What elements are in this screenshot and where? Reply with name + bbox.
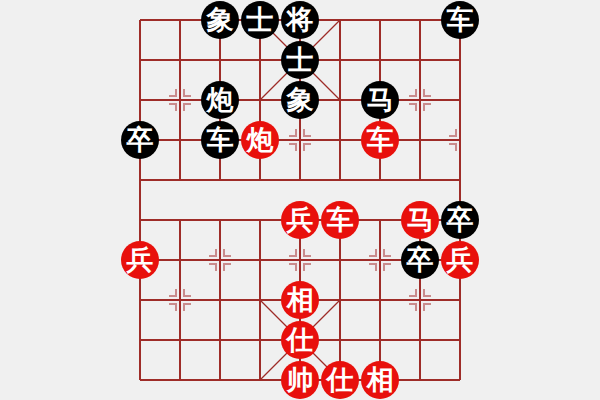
board-point: [440, 120, 480, 160]
board-point: [360, 320, 400, 360]
piece-red-elephant[interactable]: 相: [361, 361, 399, 399]
board-point: [200, 280, 240, 320]
piece-red-elephant[interactable]: 相: [281, 281, 319, 319]
board-point: [160, 320, 200, 360]
board-point: [240, 40, 280, 80]
board-point: 卒: [440, 200, 480, 240]
board-point: [200, 200, 240, 240]
piece-red-general[interactable]: 帅: [281, 361, 319, 399]
board-point: [120, 320, 160, 360]
piece-black-soldier[interactable]: 卒: [121, 121, 159, 159]
board-point: 仕: [320, 360, 360, 400]
board-point: [120, 0, 160, 40]
board-point: [360, 160, 400, 200]
board-point: [440, 360, 480, 400]
board-point: [320, 320, 360, 360]
board-point: [440, 160, 480, 200]
board-point: [440, 80, 480, 120]
board-point: [400, 160, 440, 200]
board-point: 卒: [400, 240, 440, 280]
piece-red-cannon[interactable]: 炮: [241, 121, 279, 159]
board-point: [400, 80, 440, 120]
board-point: [160, 80, 200, 120]
piece-red-soldier[interactable]: 兵: [441, 241, 479, 279]
board-point: 炮: [200, 80, 240, 120]
piece-black-soldier[interactable]: 卒: [401, 241, 439, 279]
board-point: 相: [280, 280, 320, 320]
board-point: [440, 320, 480, 360]
board-point: [240, 160, 280, 200]
board-point: [240, 200, 280, 240]
board-point: [400, 0, 440, 40]
board-point: [320, 240, 360, 280]
board-point: [200, 320, 240, 360]
board-point: 将: [280, 0, 320, 40]
board-point: [320, 40, 360, 80]
board-point: [240, 360, 280, 400]
board-point: 卒: [120, 120, 160, 160]
board-point: 士: [280, 40, 320, 80]
board-point: 马: [360, 80, 400, 120]
board-point: [200, 40, 240, 80]
board-point: [240, 240, 280, 280]
board-point: [240, 320, 280, 360]
board-point: [240, 80, 280, 120]
board-point: [200, 360, 240, 400]
piece-red-horse[interactable]: 马: [401, 201, 439, 239]
board-point: [160, 280, 200, 320]
board-point: 车: [440, 0, 480, 40]
xiangqi-app: 象士将车士炮象马卒车炮车兵车马卒兵卒兵相仕帅仕相: [0, 0, 600, 400]
board-point: 兵: [440, 240, 480, 280]
board-point: 兵: [120, 240, 160, 280]
board-point: 相: [360, 360, 400, 400]
board-point: [120, 360, 160, 400]
board-point: [320, 0, 360, 40]
board-point: [360, 280, 400, 320]
board-point: [320, 80, 360, 120]
board-point: [160, 40, 200, 80]
board-point: 士: [240, 0, 280, 40]
board-point: [400, 40, 440, 80]
piece-red-soldier[interactable]: 兵: [281, 201, 319, 239]
board-point: [320, 120, 360, 160]
board-point: [160, 0, 200, 40]
board-point: [440, 40, 480, 80]
piece-black-elephant[interactable]: 象: [201, 1, 239, 39]
xiangqi-board: 象士将车士炮象马卒车炮车兵车马卒兵卒兵相仕帅仕相: [120, 0, 480, 400]
board-point: [360, 240, 400, 280]
board-point: [280, 240, 320, 280]
piece-black-elephant[interactable]: 象: [281, 81, 319, 119]
board-point: [120, 40, 160, 80]
piece-red-advisor[interactable]: 仕: [281, 321, 319, 359]
board-point: 车: [320, 200, 360, 240]
piece-black-chariot[interactable]: 车: [441, 1, 479, 39]
board-point: [120, 80, 160, 120]
piece-black-general[interactable]: 将: [281, 1, 319, 39]
piece-black-soldier[interactable]: 卒: [441, 201, 479, 239]
board-point: [200, 240, 240, 280]
board-point: 车: [200, 120, 240, 160]
piece-red-soldier[interactable]: 兵: [121, 241, 159, 279]
board-point: [360, 0, 400, 40]
board-point: [160, 360, 200, 400]
board-point: 象: [280, 80, 320, 120]
board-point: [120, 160, 160, 200]
board-point: 兵: [280, 200, 320, 240]
board-point: [440, 280, 480, 320]
board-point: [200, 160, 240, 200]
board-point: [160, 200, 200, 240]
board-point: 帅: [280, 360, 320, 400]
piece-red-chariot[interactable]: 车: [361, 121, 399, 159]
piece-black-cannon[interactable]: 炮: [201, 81, 239, 119]
board-point: [400, 320, 440, 360]
board-point: [400, 360, 440, 400]
board-point: 象: [200, 0, 240, 40]
board-point: [160, 240, 200, 280]
board-point: [160, 120, 200, 160]
piece-black-advisor[interactable]: 士: [241, 1, 279, 39]
piece-red-advisor[interactable]: 仕: [321, 361, 359, 399]
board-point: [280, 120, 320, 160]
board-point: [400, 120, 440, 160]
board-point: [320, 280, 360, 320]
piece-black-advisor[interactable]: 士: [281, 41, 319, 79]
board-point: 炮: [240, 120, 280, 160]
board-point: [400, 280, 440, 320]
board-point: [160, 160, 200, 200]
piece-black-horse[interactable]: 马: [361, 81, 399, 119]
board-point: 车: [360, 120, 400, 160]
board-point: 仕: [280, 320, 320, 360]
board-point: [240, 280, 280, 320]
board-point: [280, 160, 320, 200]
board-point: [120, 280, 160, 320]
board-point: 马: [400, 200, 440, 240]
board-point: [360, 40, 400, 80]
board-point: [320, 160, 360, 200]
board-point: [360, 200, 400, 240]
board-point: [120, 200, 160, 240]
piece-black-chariot[interactable]: 车: [201, 121, 239, 159]
piece-red-chariot[interactable]: 车: [321, 201, 359, 239]
